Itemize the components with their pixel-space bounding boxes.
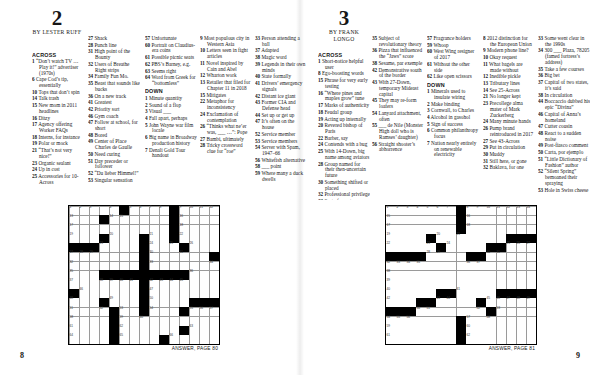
grid-cell [99, 252, 109, 261]
grid-cell: 13 [516, 206, 526, 215]
grid-cell [446, 252, 456, 261]
grid-cell: 21 [456, 234, 466, 243]
grid-cell: 3 [406, 206, 416, 215]
clue-text: Precollege alma mater of Mark Zuckerberg [488, 100, 523, 118]
grid-cell [89, 280, 99, 289]
grid-cell [476, 234, 486, 243]
cell-number: 65 [120, 334, 124, 338]
grid-cell [189, 224, 199, 233]
grid-cell [486, 280, 496, 289]
clue-text: Pizza that influenced the “Jaws” score [377, 47, 422, 59]
cell-number: 3 [407, 206, 409, 210]
grid-cell [109, 252, 119, 261]
grid-cell [416, 289, 426, 298]
grid-cell [446, 307, 456, 316]
grid-cell [79, 270, 89, 279]
cell-number: 36 [467, 261, 471, 265]
clue-column: 8 2012 distinction for the European Unio… [483, 36, 535, 200]
clue-text: Punch line [93, 42, 116, 48]
clue-text: ___ point [260, 163, 281, 169]
clue: 36 Pizza that influenced the “Jaws” scor… [372, 48, 424, 60]
clue: 22 Metaphor for inconsistency [200, 99, 252, 111]
clue: 60 West Wing resigner of 2017 [427, 49, 479, 61]
grid-cell [526, 252, 536, 261]
grid-cell [79, 224, 89, 233]
grid-cell [129, 252, 139, 261]
clue-text: Drivers’ emergency signals [260, 80, 302, 92]
clue-columns: ACROSS1 Short-notice helpful user8 Ego-b… [302, 36, 594, 200]
grid-cell [466, 234, 476, 243]
clue-text: Retailer that filed for Chapter 11 in 20… [205, 79, 250, 91]
cell-number: 19 [70, 233, 74, 237]
clue: 49 Center of Place Charles de Gaulle [88, 139, 140, 151]
grid-cell: 29 [89, 252, 99, 261]
cell-number: 60 [467, 325, 471, 329]
clue-text: 300 ___ Plaza, 78205 (famed fortress’s a… [543, 47, 589, 65]
grid-cell [396, 335, 406, 344]
grid-cell: 45 [179, 280, 189, 289]
grid-cell [119, 243, 129, 252]
grid-cell: 62 [466, 335, 476, 344]
clue: 55 ___ de Nile (Monster High doll who is… [372, 123, 424, 140]
grid-cell [139, 215, 149, 224]
grid-cell [89, 234, 99, 243]
grid-cell: 31 [179, 252, 189, 261]
grid-cell-black [109, 316, 119, 325]
grid-cell [416, 234, 426, 243]
grid-cell [79, 234, 89, 243]
clue-text: Whoop [432, 42, 448, 48]
grid-cell-black [109, 307, 119, 316]
cell-number: 8 [160, 206, 162, 210]
grid-cell: 47 [506, 298, 516, 307]
grid-cell [179, 298, 189, 307]
clue-text: React to a sudden noise [543, 130, 581, 142]
grid-cell [486, 234, 496, 243]
grid-cell [89, 224, 99, 233]
clue-text: With 14-Down, big name among aviators [323, 148, 369, 160]
clue-text: New mom in 2011 headlines [37, 102, 77, 114]
grid-cell [426, 316, 436, 325]
clue-text: High point of the Bounty [93, 48, 130, 60]
cell-number: 54 [387, 316, 391, 320]
grid-cell [406, 335, 416, 344]
grid-cell [406, 280, 416, 289]
grid-cell [129, 224, 139, 233]
cell-number: 48 [517, 297, 521, 301]
clue-text: Polar or mock [37, 140, 68, 146]
grid-cell [199, 261, 209, 270]
cell-number: 55 [190, 307, 194, 311]
grid-cell: 26 [189, 243, 199, 252]
clue-text: “Little Dictionary of Fashion” author [543, 156, 587, 168]
grid-cell [189, 280, 199, 289]
grid-cell [396, 326, 406, 335]
cell-number: 10 [487, 206, 491, 210]
grid-cell [516, 270, 526, 279]
grid-cell [149, 215, 159, 224]
cell-number: 26 [190, 242, 194, 246]
grid-cell [199, 224, 209, 233]
grid-cell [149, 316, 159, 325]
grid-cell [169, 307, 179, 316]
clue: 11 What bagels are made without [483, 62, 535, 74]
grid-cell: 30 [486, 252, 496, 261]
grid-cell [446, 261, 456, 270]
grid-cell [416, 270, 426, 279]
clue: 44 Boccaccio dubbed his epic “Divina” [538, 99, 590, 111]
grid-cell [476, 289, 486, 298]
grid-cell [446, 316, 456, 325]
cell-number: 39 [387, 279, 391, 283]
cell-number: 15 [120, 215, 124, 219]
cell-number: 56 [200, 307, 204, 311]
grid-cell [129, 316, 139, 325]
clue-text: Fall apart, perhaps [148, 115, 188, 121]
grid-cell [416, 224, 426, 233]
grid-cell [496, 316, 506, 325]
clue-text: Up in cost [37, 166, 60, 172]
cell-number: 41 [130, 279, 134, 283]
clue-column: 33 Some went clear in the 1990s34 300 __… [538, 36, 590, 200]
grid-cell [436, 270, 446, 279]
grid-cell [209, 270, 219, 279]
grid-cell [526, 335, 536, 344]
grid-cell [169, 261, 179, 270]
clue: 53 Singular sensation [88, 178, 140, 184]
cell-number: 32 [70, 261, 74, 265]
cell-number: 4 [110, 206, 112, 210]
grid-cell [119, 224, 129, 233]
grid-cell [456, 307, 466, 316]
clue: 1 “Don’t watch TV … Play it!” advertiser… [32, 59, 84, 76]
cell-number: 31 [497, 251, 501, 255]
clue-text: Organic sealant [37, 160, 71, 166]
grid-cell [436, 215, 446, 224]
clue-text: Straight shooter’s abhorrence [377, 141, 415, 153]
grid-cell [189, 252, 199, 261]
grid-cell [139, 326, 149, 335]
grid-cell [159, 252, 169, 261]
clue-text: Group named for their then-uncertain fut… [323, 161, 366, 179]
clue: 15 New mom in 2011 headlines [32, 103, 84, 115]
grid-cell-black [139, 298, 149, 307]
puzzle-number: 2 [22, 8, 92, 28]
grid-cell: 35 [416, 261, 426, 270]
grid-cell [159, 224, 169, 233]
grid-cell [119, 252, 129, 261]
left-page: 2 BY LESTER RUFF ACROSS1 “Don’t watch TV… [6, 0, 298, 375]
grid-cell: 54 [149, 307, 159, 316]
grid-cell: 66 [169, 335, 179, 344]
clue-text: Without the other side [432, 61, 470, 73]
puzzle-number: 3 [318, 8, 370, 28]
clue-text: Agency offering Worker FAQs [37, 121, 72, 133]
clue-text: Minute quantity [148, 95, 183, 101]
cell-number: 17 [387, 224, 391, 228]
clue-text: They may re-form loafers [377, 97, 416, 109]
clue-text: Day preceder or follower [93, 158, 128, 170]
grid-cell [396, 215, 406, 224]
grid-cell [199, 215, 209, 224]
grid-cell: 43 [436, 298, 446, 307]
clue-text: Capital of Anna’s homeland [543, 111, 581, 123]
puzzle-header: 2 BY LESTER RUFF [22, 8, 92, 36]
cell-number: 25 [170, 242, 174, 246]
grid-cell [99, 289, 109, 298]
grid-cell [99, 224, 109, 233]
cell-number: 44 [170, 279, 174, 283]
cell-number: 66 [170, 334, 174, 338]
grid-cell [456, 298, 466, 307]
grid-cell: 20 [109, 234, 119, 243]
clue-text: It’s often on the house [260, 118, 294, 130]
grid-cell: 23 [99, 243, 109, 252]
grid-cell-black [139, 280, 149, 289]
clue: 13 Retailer that filed for Chapter 11 in… [200, 80, 252, 92]
grid-cell: 36 [189, 270, 199, 279]
clue-text: Pump brand reintroduced in 2017 [488, 125, 533, 137]
cell-number: 42 [387, 297, 391, 301]
cell-number: 2 [397, 206, 399, 210]
grid-cell [496, 335, 506, 344]
cell-number: 23 [100, 242, 104, 246]
grid-cell [436, 335, 446, 344]
grid-cell: 60 [139, 316, 149, 325]
grid-cell [396, 289, 406, 298]
cell-number: 12 [210, 206, 214, 210]
cell-number: 13 [70, 215, 74, 219]
grid-cell [179, 316, 189, 325]
grid-cell [89, 270, 99, 279]
grid-cell [209, 335, 219, 344]
grid-cell [159, 316, 169, 325]
grid-cell-black [99, 215, 109, 224]
grid-cell [456, 261, 466, 270]
cell-number: 40 [387, 288, 391, 292]
clue: 20 Revered bishop of Paris [318, 123, 370, 135]
grid-cell [129, 215, 139, 224]
grid-cell: 12 [506, 206, 516, 215]
clue-text: Still here, or gone [488, 158, 526, 164]
grid-cell [89, 289, 99, 298]
clue-text: Tricky crossword clue for “roe” [205, 142, 242, 154]
clue: 60 Portrait on Claudius-era coins [145, 43, 197, 55]
grid-cell: 5 [426, 206, 436, 215]
grid-cell [516, 280, 526, 289]
grid-cell [396, 270, 406, 279]
clue-column: 27 Shack28 Punch line31 High point of th… [88, 36, 140, 200]
clue-text: See 25-Across [488, 87, 519, 93]
grid-cell: 12 [209, 206, 219, 215]
grid-cell [209, 243, 219, 252]
grid-cell: 44 [446, 298, 456, 307]
clue-text: Revered bishop of Paris [323, 122, 362, 134]
grid-cell-black [139, 243, 149, 252]
grid-cell [209, 234, 219, 243]
grid-cell: 40 [119, 280, 129, 289]
clue-text: Users of Breathe Right strips [93, 61, 129, 73]
cell-number: 12 [507, 206, 511, 210]
grid-cell [496, 224, 506, 233]
cell-number: 64 [70, 334, 74, 338]
cell-number: 47 [150, 288, 154, 292]
cell-number: 22 [180, 233, 184, 237]
grid-cell [516, 316, 526, 325]
grid-cell [159, 261, 169, 270]
grid-cell: 56 [406, 316, 416, 325]
grid-cell [149, 335, 159, 344]
grid-cell [436, 307, 446, 316]
clue-column: 57 Fragrance holders59 Whoop60 West Wing… [427, 36, 479, 200]
clue: 33 Person attending a ball [255, 36, 307, 48]
grid-cell [139, 335, 149, 344]
cell-number: 21 [457, 233, 461, 237]
clue-text: “Where pines and maples grow” tune [323, 90, 364, 102]
clue: 26 Pump brand reintroduced in 2017 [483, 126, 535, 138]
clue: 21 “That’s not very nice!” [32, 148, 84, 160]
grid-cell [506, 215, 516, 224]
clue-text: Visual ___ [148, 108, 172, 114]
grid-cell: 64 [69, 335, 79, 344]
cell-number: 57 [210, 307, 214, 311]
grid-cell [406, 326, 416, 335]
grid-cell [526, 326, 536, 335]
clue-text: With 27-Down, temporary Mideast capital [377, 79, 418, 97]
grid-cell [159, 298, 169, 307]
clue-text: No longer kept [488, 93, 520, 99]
clue-text: Denali Gold Tour handout [148, 147, 186, 159]
cell-number: 48 [70, 297, 74, 301]
cell-number: 53 [497, 307, 501, 311]
clue-text: Gym coach [93, 113, 118, 119]
clue-text: Beast that sounds like bucks [93, 80, 140, 92]
clue-text: Follow at school, for short [93, 119, 138, 131]
cell-number: 51 [427, 307, 431, 311]
clue: 16 “Where pines and maples grow” tune [318, 91, 370, 103]
cell-number: 5 [427, 206, 429, 210]
grid-cell [99, 261, 109, 270]
clue-text: Fragrance holders [432, 36, 471, 41]
grid-cell [436, 326, 446, 335]
cell-number: 20 [437, 233, 441, 237]
grid-cell: 11 [199, 206, 209, 215]
cell-number: 55 [397, 316, 401, 320]
grid-cell [416, 316, 426, 325]
grid-cell [129, 307, 139, 316]
grid-cell [496, 234, 506, 243]
grid-cell [89, 298, 99, 307]
grid-cell-black [179, 307, 189, 316]
grid-cell [416, 243, 426, 252]
clue-text: Exclamation of contemplation [205, 111, 238, 123]
clue-text: State formally [260, 73, 291, 79]
grid-cell: 31 [496, 252, 506, 261]
clue: 35 Beast that sounds like bucks [88, 81, 140, 93]
clue: 32 Baklava, for one [483, 165, 535, 171]
grid-cell: 43 [159, 280, 169, 289]
grid-cell [476, 224, 486, 233]
grid-cell [209, 289, 219, 298]
clue-column: 9 Most populous city in Western Asia10 L… [200, 36, 252, 200]
grid-cell [396, 224, 406, 233]
clue-text: Interns, for instance [37, 134, 80, 140]
clue-text: Sort of a sort [323, 198, 351, 200]
clue-text: Talk trash [37, 95, 59, 101]
grid-cell [486, 215, 496, 224]
grid-cell: 37 [69, 280, 79, 289]
clue-text: Big bet [543, 72, 559, 78]
clue-column: 57 Unfortunate60 Portrait on Claudius-er… [145, 36, 197, 200]
cell-number: 58 [70, 316, 74, 320]
clue-text: ___ de Nile (Monster High doll who is Ra… [377, 122, 423, 140]
clue: 6 Big name in Broadway production histor… [145, 135, 197, 147]
grid-cell [189, 289, 199, 298]
clue-text: Word from Greek for “bottomless” [150, 74, 195, 86]
grid-cell: 22 [179, 234, 189, 243]
grid-cell [406, 270, 416, 279]
clue: 6 Common philanthropy focus [427, 128, 479, 140]
cell-number: 28 [427, 251, 431, 255]
clue-columns: ACROSS1 “Don’t watch TV … Play it!” adve… [6, 36, 298, 200]
grid-cell: 5 [129, 206, 139, 215]
grid-cell [209, 215, 219, 224]
grid-cell [159, 307, 169, 316]
grid-cell [406, 243, 416, 252]
clue-text: Portrait on Claudius-era coins [150, 42, 195, 54]
grid-cell [466, 243, 476, 252]
clue: 31 High point of the Bounty [88, 49, 140, 61]
grid-cell [476, 270, 486, 279]
grid-cell: 9 [476, 206, 486, 215]
clue: 24 Exclamation of contemplation [200, 112, 252, 124]
grid-cell-black [139, 289, 149, 298]
grid-cell [99, 316, 109, 325]
cell-number: 26 [517, 242, 521, 246]
clue-text: Where many a duck dwells [260, 170, 303, 182]
clue: 43 With 27-Down, temporary Mideast capit… [372, 80, 424, 97]
cell-number: 17 [70, 224, 74, 228]
cell-number: 24 [447, 242, 451, 246]
grid-cell [446, 270, 456, 279]
grid-cell [446, 215, 456, 224]
clue-text: Service member [260, 131, 295, 137]
clue-text: Muddy [488, 151, 504, 157]
grid-cell [426, 261, 436, 270]
grid-cell [199, 243, 209, 252]
grid-cell [516, 261, 526, 270]
grid-cell [406, 298, 416, 307]
grid-cell: 49 [526, 298, 536, 307]
clue: 51 Day preceder or follower [88, 159, 140, 171]
grid-cell: 26 [516, 243, 526, 252]
cell-number: 35 [417, 261, 421, 265]
grid-cell [396, 243, 406, 252]
clue-text: On a new track [93, 93, 126, 99]
clue-text: Some went clear in the 1990s [543, 36, 584, 47]
cell-number: 47 [507, 297, 511, 301]
cell-number: 21 [150, 233, 154, 237]
clue-text: Okay request [488, 54, 517, 60]
grid-cell [129, 261, 139, 270]
cell-number: 62 [120, 325, 124, 329]
crossword-grid: 1234567891011121314151617181920212223242… [68, 205, 220, 345]
grid-cell [506, 270, 516, 279]
cell-number: 28 [80, 251, 84, 255]
clue-text: “That’s not very nice!” [37, 147, 72, 159]
grid-cell: 29 [436, 252, 446, 261]
clue-text: See 43-Across [488, 138, 519, 144]
